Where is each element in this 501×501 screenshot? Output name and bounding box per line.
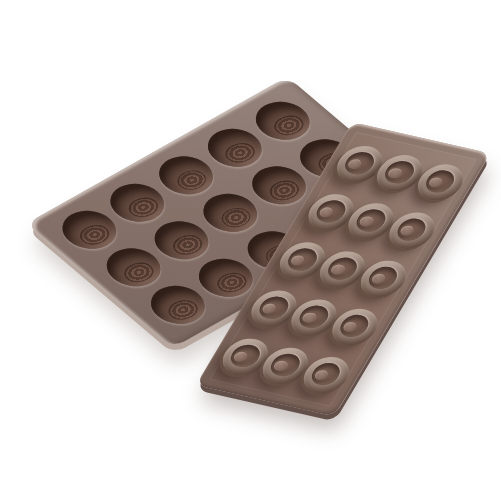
- cavity-spiral-rings: [216, 204, 256, 231]
- cavity-spiral-rings: [172, 167, 212, 194]
- cavity-spiral-rings: [265, 177, 305, 204]
- cavity-spiral-rings: [119, 259, 159, 286]
- product-photo: [0, 0, 501, 501]
- cavity-spiral-rings: [75, 221, 115, 248]
- cavity-spiral-rings: [168, 231, 208, 258]
- cavity-spiral-rings: [123, 194, 163, 221]
- cavity-spiral-rings: [220, 139, 260, 166]
- cavity-spiral-rings: [212, 269, 252, 296]
- cavity-spiral-rings: [269, 112, 309, 139]
- cavity-spiral-rings: [164, 296, 204, 323]
